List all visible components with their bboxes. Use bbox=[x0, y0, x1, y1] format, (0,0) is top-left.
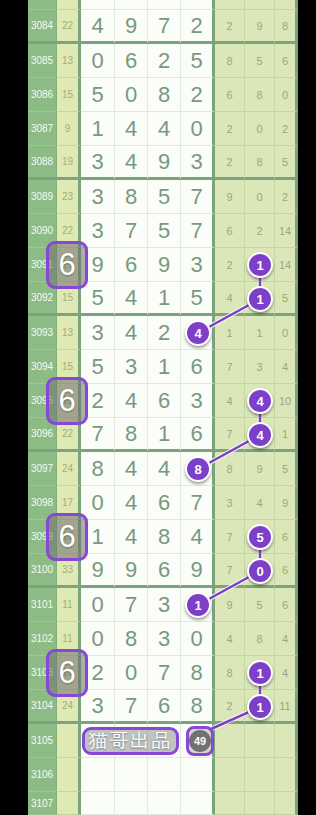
cell-3096-d1: 7 bbox=[81, 418, 115, 452]
cell-3084-r2: 9 bbox=[245, 10, 275, 44]
cell-3085-d4: 5 bbox=[181, 44, 215, 78]
cell-3092-d3: 1 bbox=[148, 282, 181, 316]
cell-3107-d1 bbox=[81, 792, 115, 815]
cell-3098-r1: 3 bbox=[215, 486, 245, 520]
cell-3103-r1: 8 bbox=[215, 656, 245, 690]
cell-3090-r3: 14 bbox=[275, 214, 298, 248]
cell-3086-r1: 6 bbox=[215, 78, 245, 112]
cell-3103-d4: 8 bbox=[181, 656, 215, 690]
cell-3088-id: 3088 bbox=[28, 146, 57, 180]
cell-3084-d3: 7 bbox=[148, 10, 181, 44]
cell-3102-d3: 3 bbox=[148, 622, 181, 656]
cell-3104-d4: 8 bbox=[181, 690, 215, 724]
cell-3107-r1 bbox=[215, 792, 245, 815]
cell-3086-d2: 0 bbox=[115, 78, 148, 112]
cell-3104-d1: 3 bbox=[81, 690, 115, 724]
cell-3094-d1: 5 bbox=[81, 350, 115, 384]
cell-3087-sum: 9 bbox=[57, 112, 81, 146]
cell-3087-r1: 2 bbox=[215, 112, 245, 146]
cell-3097-r3: 5 bbox=[275, 452, 298, 486]
cell-top-d3 bbox=[148, 0, 181, 10]
cell-3085-d2: 6 bbox=[115, 44, 148, 78]
cell-3106-id: 3106 bbox=[28, 758, 57, 792]
cell-3107-d4 bbox=[181, 792, 215, 815]
prediction-box-3099: 6 bbox=[46, 513, 88, 561]
cell-3093-r3: 0 bbox=[275, 316, 298, 350]
cell-3096-r1: 7 bbox=[215, 418, 245, 452]
cell-3094-r1: 7 bbox=[215, 350, 245, 384]
cell-3106-sum bbox=[57, 758, 81, 792]
cell-3106-r3 bbox=[275, 758, 298, 792]
cell-3092-d2: 4 bbox=[115, 282, 148, 316]
cell-3107-r2 bbox=[245, 792, 275, 815]
cell-3086-id: 3086 bbox=[28, 78, 57, 112]
cell-3096-d3: 1 bbox=[148, 418, 181, 452]
cell-3089-d4: 7 bbox=[181, 180, 215, 214]
sum-badge: 49 bbox=[186, 726, 214, 756]
cell-3106-r2 bbox=[245, 758, 275, 792]
prediction-box-3091: 6 bbox=[46, 241, 88, 289]
cell-3094-r2: 3 bbox=[245, 350, 275, 384]
marker-circle-3103-r2: 1 bbox=[247, 660, 273, 686]
cell-3102-r1: 4 bbox=[215, 622, 245, 656]
marker-circle-3101-d4: 1 bbox=[185, 592, 211, 618]
cell-3107-sum bbox=[57, 792, 81, 815]
cell-3097-r1: 8 bbox=[215, 452, 245, 486]
cell-3099-r3: 6 bbox=[275, 520, 298, 554]
cell-3088-sum: 19 bbox=[57, 146, 81, 180]
cell-3093-sum: 13 bbox=[57, 316, 81, 350]
marker-circle-3099-r2: 5 bbox=[247, 524, 273, 550]
cell-3101-d1: 0 bbox=[81, 588, 115, 622]
cell-3089-id: 3089 bbox=[28, 180, 57, 214]
cell-3101-id: 3101 bbox=[28, 588, 57, 622]
cell-3089-d3: 5 bbox=[148, 180, 181, 214]
cell-3095-r1: 4 bbox=[215, 384, 245, 418]
prediction-box-3095: 6 bbox=[46, 377, 88, 425]
cell-3084-sum: 22 bbox=[57, 10, 81, 44]
cell-3105-r2 bbox=[245, 724, 275, 758]
cell-3105-sum bbox=[57, 724, 81, 758]
cell-3087-d3: 4 bbox=[148, 112, 181, 146]
cell-3096-d4: 6 bbox=[181, 418, 215, 452]
cell-3091-r3: 14 bbox=[275, 248, 298, 282]
cell-3088-d1: 3 bbox=[81, 146, 115, 180]
cell-3102-d2: 8 bbox=[115, 622, 148, 656]
cell-3106-d4 bbox=[181, 758, 215, 792]
cell-3089-r1: 9 bbox=[215, 180, 245, 214]
cell-3090-d4: 7 bbox=[181, 214, 215, 248]
cell-3100-r3: 6 bbox=[275, 554, 298, 588]
cell-3095-d3: 6 bbox=[148, 384, 181, 418]
cell-3087-d2: 4 bbox=[115, 112, 148, 146]
cell-3092-d4: 5 bbox=[181, 282, 215, 316]
cell-3102-r2: 8 bbox=[245, 622, 275, 656]
cell-3106-d3 bbox=[148, 758, 181, 792]
cell-3103-d2: 0 bbox=[115, 656, 148, 690]
cell-3101-d2: 7 bbox=[115, 588, 148, 622]
cell-3101-d3: 3 bbox=[148, 588, 181, 622]
cell-3089-r2: 0 bbox=[245, 180, 275, 214]
cell-3093-d3: 2 bbox=[148, 316, 181, 350]
app-screen: 3084224972298308513062585630861550826803… bbox=[0, 0, 316, 815]
trend-table: 3084224972298308513062585630861550826803… bbox=[28, 0, 298, 815]
prediction-box-3103: 6 bbox=[46, 649, 88, 697]
cell-3106-d1 bbox=[81, 758, 115, 792]
cell-3097-sum: 24 bbox=[57, 452, 81, 486]
cell-3097-d1: 8 bbox=[81, 452, 115, 486]
cell-3086-d1: 5 bbox=[81, 78, 115, 112]
cell-3100-r1: 7 bbox=[215, 554, 245, 588]
cell-3089-sum: 23 bbox=[57, 180, 81, 214]
cell-top-id bbox=[28, 0, 57, 10]
watermark-box: 猫哥出品 bbox=[82, 727, 179, 755]
cell-3087-d4: 0 bbox=[181, 112, 215, 146]
cell-3093-d1: 3 bbox=[81, 316, 115, 350]
cell-3101-sum: 11 bbox=[57, 588, 81, 622]
cell-3106-r1 bbox=[215, 758, 245, 792]
cell-3087-r3: 2 bbox=[275, 112, 298, 146]
cell-3098-d1: 0 bbox=[81, 486, 115, 520]
cell-3087-d1: 1 bbox=[81, 112, 115, 146]
cell-3107-d3 bbox=[148, 792, 181, 815]
cell-3097-id: 3097 bbox=[28, 452, 57, 486]
cell-top-d2 bbox=[115, 0, 148, 10]
cell-3100-d4: 9 bbox=[181, 554, 215, 588]
cell-top-sum bbox=[57, 0, 81, 10]
cell-3084-id: 3084 bbox=[28, 10, 57, 44]
marker-circle-3091-r2: 1 bbox=[247, 252, 273, 278]
cell-3086-r2: 8 bbox=[245, 78, 275, 112]
cell-3086-d3: 8 bbox=[148, 78, 181, 112]
cell-3107-d2 bbox=[115, 792, 148, 815]
watermark-text: 猫哥出品 bbox=[89, 728, 173, 754]
cell-3085-d1: 0 bbox=[81, 44, 115, 78]
cell-3098-r3: 9 bbox=[275, 486, 298, 520]
cell-3094-r3: 4 bbox=[275, 350, 298, 384]
cell-3087-r2: 0 bbox=[245, 112, 275, 146]
cell-3107-r3 bbox=[275, 792, 298, 815]
cell-3095-d4: 3 bbox=[181, 384, 215, 418]
marker-circle-3100-r2: 0 bbox=[247, 558, 273, 584]
cell-3105-id: 3105 bbox=[28, 724, 57, 758]
cell-3102-r3: 4 bbox=[275, 622, 298, 656]
cell-3093-id: 3093 bbox=[28, 316, 57, 350]
cell-3099-d3: 8 bbox=[148, 520, 181, 554]
cell-3085-r2: 5 bbox=[245, 44, 275, 78]
cell-top-r1 bbox=[215, 0, 245, 10]
cell-3090-d2: 7 bbox=[115, 214, 148, 248]
cell-3086-r3: 0 bbox=[275, 78, 298, 112]
cell-3099-r1: 7 bbox=[215, 520, 245, 554]
marker-circle-3092-r2: 1 bbox=[247, 286, 273, 312]
cell-3091-d3: 9 bbox=[148, 248, 181, 282]
cell-3089-r3: 2 bbox=[275, 180, 298, 214]
sum-badge-value: 49 bbox=[189, 730, 211, 752]
cell-3100-d2: 9 bbox=[115, 554, 148, 588]
cell-3092-d1: 5 bbox=[81, 282, 115, 316]
cell-3106-d2 bbox=[115, 758, 148, 792]
cell-3104-d3: 6 bbox=[148, 690, 181, 724]
cell-3099-d2: 4 bbox=[115, 520, 148, 554]
marker-circle-3104-r2: 1 bbox=[247, 694, 273, 720]
cell-3103-r3: 4 bbox=[275, 656, 298, 690]
cell-3097-d2: 4 bbox=[115, 452, 148, 486]
cell-3100-d3: 6 bbox=[148, 554, 181, 588]
cell-3105-r1 bbox=[215, 724, 245, 758]
cell-3088-d4: 3 bbox=[181, 146, 215, 180]
cell-3090-d3: 5 bbox=[148, 214, 181, 248]
marker-circle-3097-d4: 8 bbox=[185, 456, 211, 482]
cell-3088-d2: 4 bbox=[115, 146, 148, 180]
cell-3098-r2: 4 bbox=[245, 486, 275, 520]
cell-3085-r1: 8 bbox=[215, 44, 245, 78]
marker-circle-3096-r2: 4 bbox=[247, 422, 273, 448]
cell-3086-d4: 2 bbox=[181, 78, 215, 112]
cell-3094-d3: 1 bbox=[148, 350, 181, 384]
cell-3103-d3: 7 bbox=[148, 656, 181, 690]
cell-3097-r2: 9 bbox=[245, 452, 275, 486]
marker-circle-3093-d4: 4 bbox=[185, 320, 211, 346]
cell-3091-d4: 3 bbox=[181, 248, 215, 282]
cell-3104-d2: 7 bbox=[115, 690, 148, 724]
cell-3094-d2: 3 bbox=[115, 350, 148, 384]
cell-3095-r3: 10 bbox=[275, 384, 298, 418]
cell-3084-r1: 2 bbox=[215, 10, 245, 44]
cell-3099-d4: 4 bbox=[181, 520, 215, 554]
cell-3104-r3: 11 bbox=[275, 690, 298, 724]
cell-3091-d2: 6 bbox=[115, 248, 148, 282]
cell-3088-r1: 2 bbox=[215, 146, 245, 180]
cell-3098-d3: 6 bbox=[148, 486, 181, 520]
cell-3090-r2: 2 bbox=[245, 214, 275, 248]
cell-3084-d1: 4 bbox=[81, 10, 115, 44]
cell-3100-d1: 9 bbox=[81, 554, 115, 588]
cell-3093-r1: 1 bbox=[215, 316, 245, 350]
cell-3084-r3: 8 bbox=[275, 10, 298, 44]
cell-3090-r1: 6 bbox=[215, 214, 245, 248]
cell-top-d1 bbox=[81, 0, 115, 10]
cell-3101-r2: 5 bbox=[245, 588, 275, 622]
cell-3089-d2: 8 bbox=[115, 180, 148, 214]
cell-3105-r3 bbox=[275, 724, 298, 758]
cell-3088-d3: 9 bbox=[148, 146, 181, 180]
cell-3084-d2: 9 bbox=[115, 10, 148, 44]
cell-3102-d1: 0 bbox=[81, 622, 115, 656]
cell-3085-r3: 6 bbox=[275, 44, 298, 78]
cell-3098-d2: 4 bbox=[115, 486, 148, 520]
cell-3085-id: 3085 bbox=[28, 44, 57, 78]
cell-3093-d2: 4 bbox=[115, 316, 148, 350]
cell-3094-d4: 6 bbox=[181, 350, 215, 384]
cell-3086-sum: 15 bbox=[57, 78, 81, 112]
cell-top-r3 bbox=[275, 0, 298, 10]
cell-3098-d4: 7 bbox=[181, 486, 215, 520]
cell-3102-d4: 0 bbox=[181, 622, 215, 656]
cell-3101-r3: 6 bbox=[275, 588, 298, 622]
cell-3107-id: 3107 bbox=[28, 792, 57, 815]
cell-3092-r1: 4 bbox=[215, 282, 245, 316]
cell-3085-d3: 2 bbox=[148, 44, 181, 78]
cell-3088-r2: 8 bbox=[245, 146, 275, 180]
cell-3087-id: 3087 bbox=[28, 112, 57, 146]
cell-3090-d1: 3 bbox=[81, 214, 115, 248]
cell-top-r2 bbox=[245, 0, 275, 10]
cell-top-d4 bbox=[181, 0, 215, 10]
cell-3096-r3: 1 bbox=[275, 418, 298, 452]
cell-3093-r2: 1 bbox=[245, 316, 275, 350]
cell-3096-d2: 8 bbox=[115, 418, 148, 452]
cell-3097-d3: 4 bbox=[148, 452, 181, 486]
cell-3089-d1: 3 bbox=[81, 180, 115, 214]
cell-3084-d4: 2 bbox=[181, 10, 215, 44]
marker-circle-3095-r2: 4 bbox=[247, 388, 273, 414]
cell-3101-r1: 9 bbox=[215, 588, 245, 622]
cell-3095-d2: 4 bbox=[115, 384, 148, 418]
cell-3085-sum: 13 bbox=[57, 44, 81, 78]
cell-3104-r1: 2 bbox=[215, 690, 245, 724]
cell-3088-r3: 5 bbox=[275, 146, 298, 180]
cell-3091-r1: 2 bbox=[215, 248, 245, 282]
cell-3092-r3: 5 bbox=[275, 282, 298, 316]
